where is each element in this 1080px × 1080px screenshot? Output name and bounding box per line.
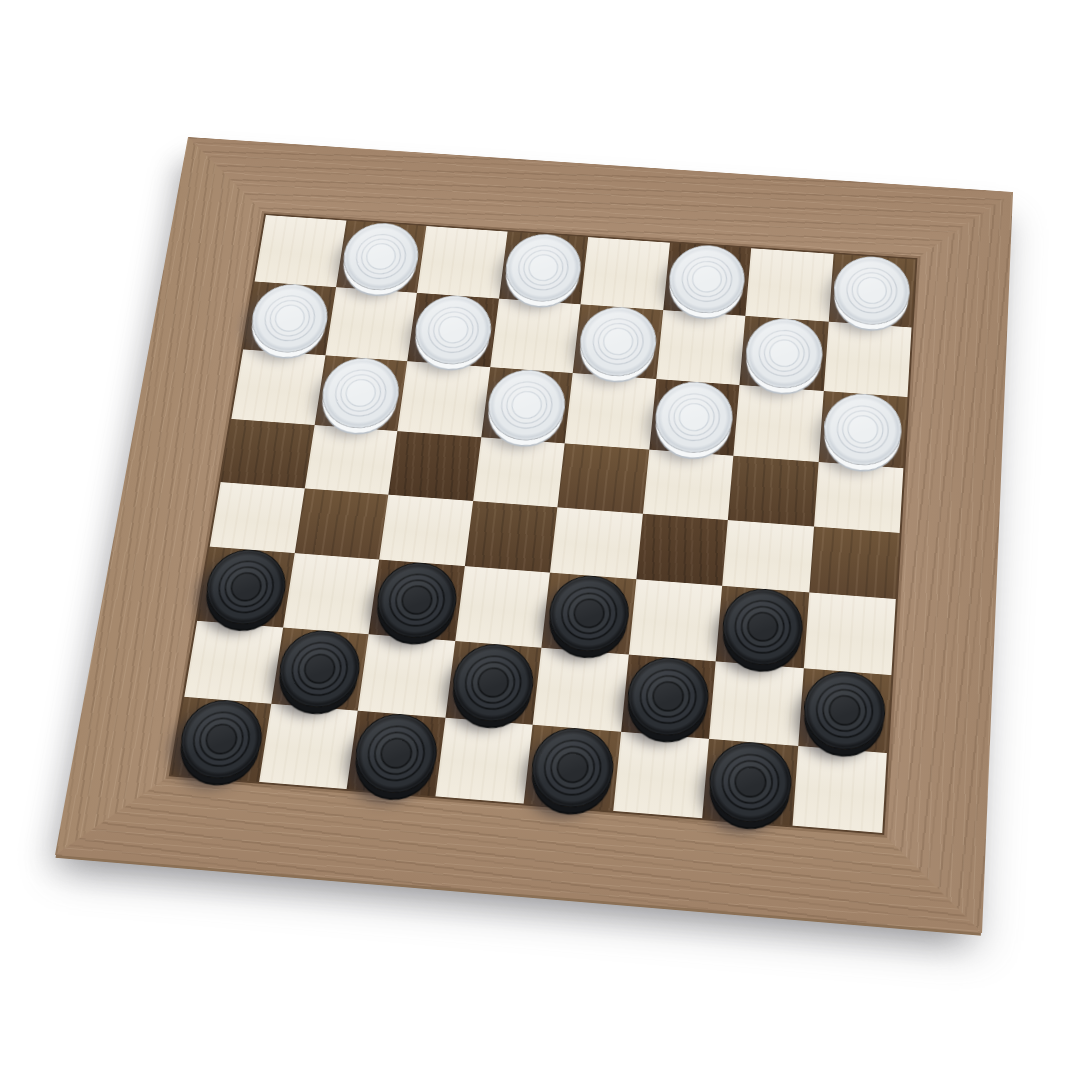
square-b1 <box>259 704 358 789</box>
white-piece-g7[interactable] <box>743 316 825 391</box>
square-e3[interactable] <box>541 573 635 655</box>
square-d3 <box>455 566 550 648</box>
black-piece-d2[interactable] <box>449 641 538 724</box>
square-a5[interactable] <box>221 419 315 488</box>
square-h4[interactable] <box>809 526 900 599</box>
square-d4[interactable] <box>464 501 557 573</box>
square-d6[interactable] <box>481 367 573 443</box>
white-piece-b8[interactable] <box>339 221 423 293</box>
square-g2 <box>709 661 803 746</box>
square-f7 <box>656 310 745 385</box>
square-d5 <box>473 437 565 507</box>
square-f6[interactable] <box>649 379 740 456</box>
square-f8[interactable] <box>663 243 751 316</box>
square-b8[interactable] <box>336 221 427 293</box>
square-e8 <box>581 237 670 310</box>
square-d8[interactable] <box>499 232 589 305</box>
square-f3 <box>628 579 722 661</box>
square-a3[interactable] <box>197 547 294 628</box>
square-e2 <box>533 648 629 732</box>
square-e7[interactable] <box>573 304 663 379</box>
square-h2[interactable] <box>798 668 892 753</box>
square-a4 <box>210 482 305 553</box>
square-c2 <box>358 634 455 717</box>
white-piece-a7[interactable] <box>247 282 333 355</box>
checkers-board <box>55 137 1013 933</box>
square-h3 <box>803 592 895 675</box>
square-e6 <box>565 373 656 450</box>
square-g6 <box>733 385 823 462</box>
square-a7[interactable] <box>243 281 336 355</box>
white-piece-h6[interactable] <box>822 391 904 468</box>
square-a6 <box>231 349 325 425</box>
square-g3[interactable] <box>716 586 809 668</box>
square-d1 <box>435 718 533 804</box>
square-h1 <box>792 746 887 833</box>
white-piece-f6[interactable] <box>652 379 735 455</box>
white-piece-d6[interactable] <box>484 367 569 443</box>
square-e1[interactable] <box>524 725 621 811</box>
black-piece-b2[interactable] <box>275 628 365 711</box>
square-b6[interactable] <box>314 355 407 431</box>
black-piece-a1[interactable] <box>175 697 267 781</box>
square-e4 <box>550 507 642 579</box>
white-piece-f8[interactable] <box>666 243 747 316</box>
black-piece-e1[interactable] <box>527 725 616 811</box>
black-piece-g3[interactable] <box>719 586 805 668</box>
square-c1[interactable] <box>347 711 445 797</box>
black-piece-h2[interactable] <box>802 669 888 753</box>
black-piece-c1[interactable] <box>350 711 441 796</box>
black-piece-c3[interactable] <box>372 560 460 641</box>
square-c5[interactable] <box>388 431 481 501</box>
square-g4 <box>722 520 813 592</box>
square-f5 <box>642 450 733 521</box>
square-c6 <box>397 361 489 437</box>
square-f1 <box>613 732 709 818</box>
square-a1[interactable] <box>171 697 271 782</box>
black-piece-a3[interactable] <box>201 547 291 627</box>
white-piece-c7[interactable] <box>411 293 495 367</box>
square-d7 <box>490 299 581 373</box>
square-g7[interactable] <box>739 316 828 391</box>
square-g5[interactable] <box>728 456 818 527</box>
white-piece-h8[interactable] <box>832 254 912 327</box>
square-a8 <box>255 215 346 287</box>
play-area <box>171 215 915 833</box>
square-b3 <box>283 553 379 634</box>
black-piece-f2[interactable] <box>624 655 712 739</box>
white-piece-b6[interactable] <box>318 356 404 431</box>
square-f4[interactable] <box>636 514 728 586</box>
scene <box>0 0 1080 1080</box>
white-piece-d8[interactable] <box>502 232 585 304</box>
black-piece-e3[interactable] <box>545 573 632 654</box>
square-b4[interactable] <box>294 488 388 559</box>
square-f2[interactable] <box>621 655 716 739</box>
square-h8[interactable] <box>828 254 915 328</box>
square-b5 <box>304 425 397 495</box>
black-piece-g1[interactable] <box>706 739 794 825</box>
square-h6[interactable] <box>818 391 907 468</box>
square-h7 <box>823 322 911 397</box>
square-c3[interactable] <box>369 560 465 641</box>
white-piece-e7[interactable] <box>576 305 659 379</box>
square-c7[interactable] <box>407 293 498 367</box>
square-h5 <box>814 462 904 533</box>
square-c8 <box>417 226 507 299</box>
square-b7 <box>325 287 417 361</box>
square-g1[interactable] <box>702 739 798 826</box>
square-b2[interactable] <box>271 627 369 710</box>
square-g8 <box>745 248 833 321</box>
square-c4 <box>379 495 473 566</box>
square-d2[interactable] <box>445 641 541 725</box>
square-a2 <box>184 621 282 704</box>
square-e5[interactable] <box>557 443 648 513</box>
